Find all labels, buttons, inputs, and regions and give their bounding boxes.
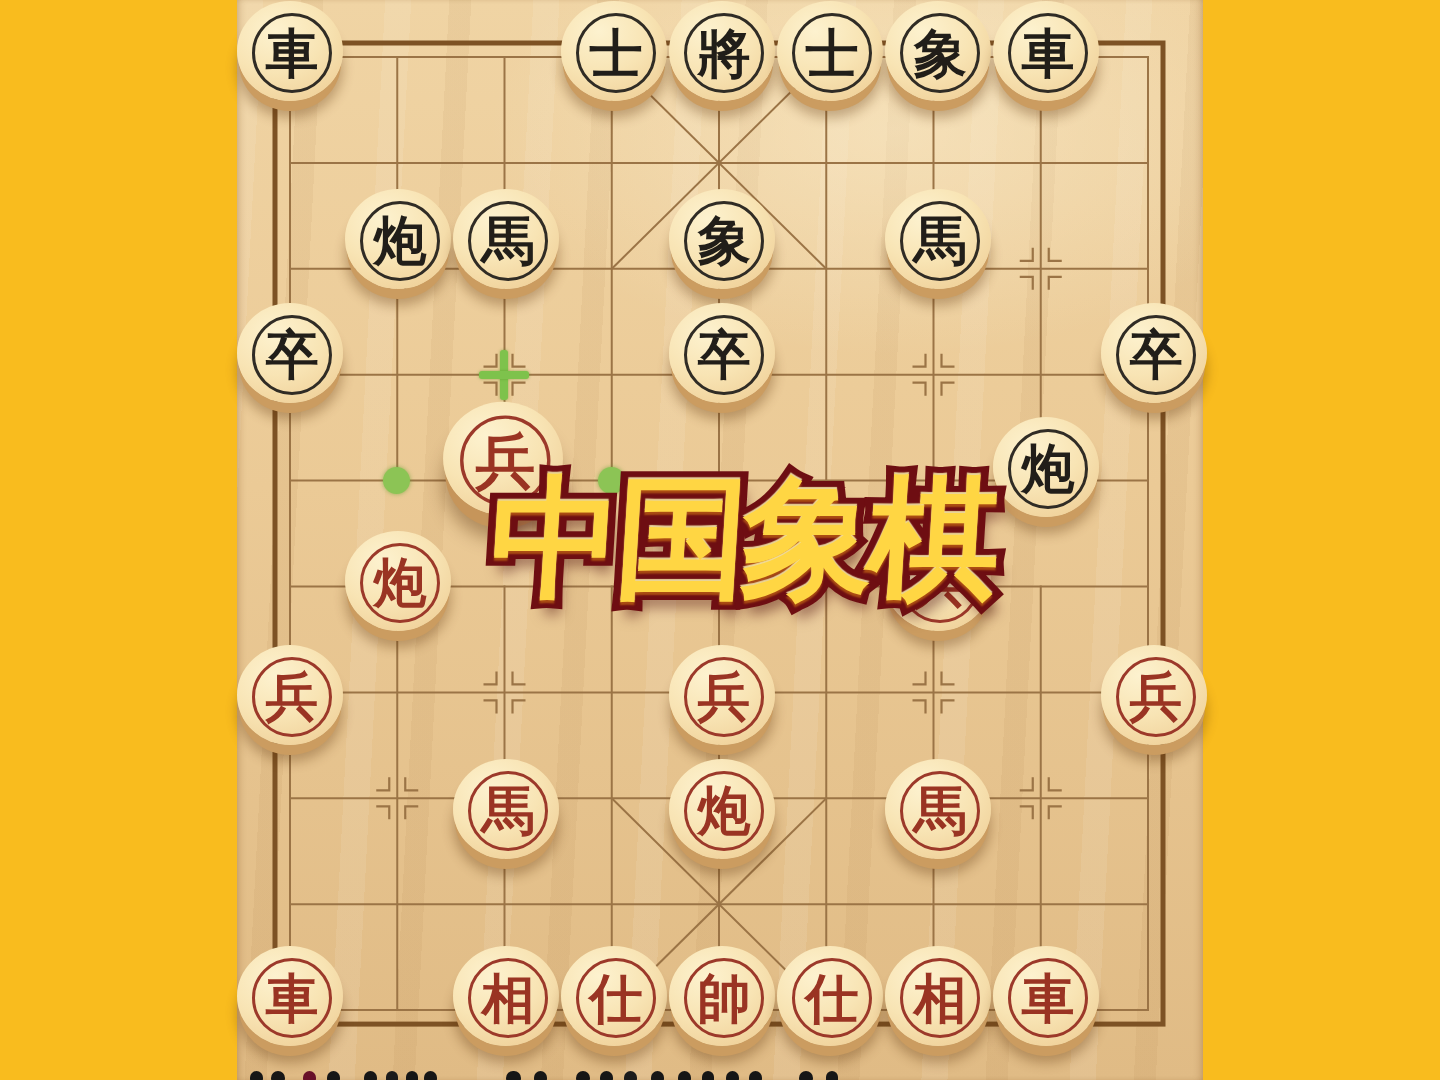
caption-fragment: [576, 1071, 590, 1080]
piece-glyph: 卒: [266, 328, 319, 381]
piece-black-advisor[interactable]: 士: [560, 0, 668, 113]
piece-ring: 馬: [900, 771, 980, 851]
piece-ring: 相: [468, 958, 548, 1038]
piece-ring: 仕: [576, 958, 656, 1038]
piece-black-soldier[interactable]: 卒: [236, 301, 344, 415]
caption-fragment: [749, 1071, 762, 1080]
piece-black-chariot[interactable]: 車: [992, 0, 1100, 113]
piece-glyph: 馬: [914, 214, 967, 267]
piece-glyph: 馬: [482, 214, 535, 267]
piece-red-chariot[interactable]: 車: [992, 944, 1100, 1058]
piece-glyph: 相: [914, 972, 967, 1025]
piece-glyph: 炮: [374, 556, 427, 609]
piece-red-soldier[interactable]: 兵: [668, 643, 776, 757]
piece-ring: 卒: [252, 315, 332, 395]
piece-ring: 車: [252, 958, 332, 1038]
piece-ring: 兵: [900, 543, 980, 623]
caption-fragment: [424, 1071, 437, 1080]
caption-fragment: [506, 1071, 521, 1080]
piece-black-soldier[interactable]: 卒: [668, 301, 776, 415]
caption-fragment: [534, 1071, 547, 1080]
piece-ring: 炮: [360, 201, 440, 281]
caption-fragment: [303, 1071, 316, 1080]
piece-black-elephant[interactable]: 象: [884, 0, 992, 113]
piece-red-chariot[interactable]: 車: [236, 944, 344, 1058]
piece-black-elephant[interactable]: 象: [668, 187, 776, 301]
piece-red-elephant[interactable]: 相: [452, 944, 560, 1058]
piece-glyph: 炮: [698, 784, 751, 837]
piece-glyph: 仕: [590, 972, 643, 1025]
piece-black-advisor[interactable]: 士: [776, 0, 884, 113]
caption-fragment: [600, 1071, 613, 1080]
piece-ring: 炮: [1008, 429, 1088, 509]
piece-glyph: 象: [914, 27, 967, 80]
piece-ring: 士: [792, 13, 872, 93]
piece-black-chariot[interactable]: 車: [236, 0, 344, 113]
move-hint-cross[interactable]: [479, 350, 529, 400]
piece-glyph: 炮: [1022, 442, 1075, 495]
caption-fragment: [271, 1071, 285, 1080]
piece-black-soldier[interactable]: 卒: [1100, 301, 1208, 415]
piece-black-horse[interactable]: 馬: [884, 187, 992, 301]
piece-red-general[interactable]: 帥: [668, 944, 776, 1058]
piece-glyph: 帥: [698, 972, 751, 1025]
piece-ring: 兵: [1116, 657, 1196, 737]
piece-ring: 帥: [684, 958, 764, 1038]
piece-glyph: 兵: [1130, 670, 1183, 723]
piece-ring: 象: [900, 13, 980, 93]
piece-black-horse[interactable]: 馬: [452, 187, 560, 301]
piece-glyph: 卒: [698, 328, 751, 381]
piece-ring: 相: [900, 958, 980, 1038]
piece-ring: 士: [576, 13, 656, 93]
piece-ring: 馬: [468, 771, 548, 851]
caption-fragment: [364, 1071, 377, 1080]
caption-fragment: [386, 1071, 398, 1080]
piece-glyph: 炮: [374, 214, 427, 267]
piece-ring: 將: [684, 13, 764, 93]
screenshot-root: 車士將士象車炮馬象馬卒卒卒炮兵炮兵兵兵兵馬炮馬車相仕帥仕相車 中国象棋 中国象棋: [0, 0, 1440, 1080]
piece-red-soldier[interactable]: 兵: [442, 399, 564, 528]
piece-glyph: 車: [266, 972, 319, 1025]
piece-black-general[interactable]: 將: [668, 0, 776, 113]
piece-glyph: 車: [1022, 972, 1075, 1025]
xiangqi-board[interactable]: 車士將士象車炮馬象馬卒卒卒炮兵炮兵兵兵兵馬炮馬車相仕帥仕相車: [237, 0, 1203, 1080]
piece-red-advisor[interactable]: 仕: [776, 944, 884, 1058]
piece-glyph: 士: [590, 27, 643, 80]
piece-ring: 馬: [900, 201, 980, 281]
piece-glyph: 兵: [266, 670, 319, 723]
piece-red-horse[interactable]: 馬: [884, 757, 992, 871]
piece-ring: 炮: [684, 771, 764, 851]
piece-ring: 兵: [252, 657, 332, 737]
piece-glyph: 卒: [1130, 328, 1183, 381]
piece-glyph: 士: [806, 27, 859, 80]
piece-glyph: 仕: [806, 972, 859, 1025]
piece-red-soldier[interactable]: 兵: [236, 643, 344, 757]
piece-ring: 仕: [792, 958, 872, 1038]
caption-fragment: [702, 1071, 714, 1080]
piece-ring: 卒: [684, 315, 764, 395]
piece-red-cannon[interactable]: 炮: [344, 529, 452, 643]
piece-black-cannon[interactable]: 炮: [992, 415, 1100, 529]
piece-glyph: 兵: [698, 670, 751, 723]
caption-fragment: [678, 1071, 691, 1080]
piece-glyph: 象: [698, 214, 751, 267]
piece-ring: 車: [1008, 958, 1088, 1038]
piece-ring: 象: [684, 201, 764, 281]
piece-red-cannon[interactable]: 炮: [668, 757, 776, 871]
piece-glyph: 兵: [914, 556, 967, 609]
piece-glyph: 馬: [482, 784, 535, 837]
piece-ring: 炮: [360, 543, 440, 623]
piece-ring: 車: [1008, 13, 1088, 93]
piece-red-soldier[interactable]: 兵: [1100, 643, 1208, 757]
piece-ring: 馬: [468, 201, 548, 281]
move-hint-dot[interactable]: [598, 467, 625, 494]
caption-fragment: [799, 1071, 813, 1080]
caption-fragment: [651, 1071, 664, 1080]
caption-fragment: [327, 1071, 340, 1080]
caption-fragment: [826, 1071, 838, 1080]
cropped-caption-fragments: [0, 1068, 1440, 1080]
piece-red-soldier[interactable]: 兵: [884, 529, 992, 643]
piece-glyph: 車: [266, 27, 319, 80]
piece-ring: 車: [252, 13, 332, 93]
piece-glyph: 相: [482, 972, 535, 1025]
caption-fragment: [250, 1071, 263, 1080]
piece-ring: 兵: [460, 415, 550, 505]
piece-glyph: 將: [698, 27, 751, 80]
piece-red-horse[interactable]: 馬: [452, 757, 560, 871]
caption-fragment: [726, 1071, 739, 1080]
piece-black-cannon[interactable]: 炮: [344, 187, 452, 301]
piece-ring: 兵: [684, 657, 764, 737]
piece-glyph: 馬: [914, 784, 967, 837]
caption-fragment: [406, 1071, 418, 1080]
piece-ring: 卒: [1116, 315, 1196, 395]
piece-red-elephant[interactable]: 相: [884, 944, 992, 1058]
piece-glyph: 兵: [475, 430, 535, 490]
caption-fragment: [624, 1071, 637, 1080]
piece-glyph: 車: [1022, 27, 1075, 80]
piece-red-advisor[interactable]: 仕: [560, 944, 668, 1058]
